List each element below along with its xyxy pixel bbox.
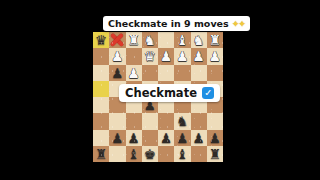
black-pawn: ♟ bbox=[176, 130, 188, 146]
square-c8[interactable]: ♝ bbox=[174, 146, 190, 162]
black-rook: ♜ bbox=[209, 146, 221, 162]
square-c7[interactable]: ♟ bbox=[174, 130, 190, 146]
black-bishop: ♝ bbox=[128, 146, 140, 162]
white-pawn: ♟ bbox=[160, 48, 172, 64]
video-frame: Checkmate in 9 moves ✦✦ ♛♜♞♝♞♜♟♛♟♟♟♟♟♟♟♞… bbox=[0, 0, 320, 180]
checkmate-caption: Checkmate ✓ bbox=[119, 84, 220, 102]
square-c2[interactable]: ♟ bbox=[174, 48, 190, 64]
white-pawn: ♟ bbox=[111, 48, 123, 64]
square-g1[interactable] bbox=[109, 32, 125, 48]
square-f1[interactable]: ♜ bbox=[126, 32, 142, 48]
black-pawn: ♟ bbox=[128, 130, 140, 146]
white-bishop: ♝ bbox=[176, 32, 188, 48]
square-e7[interactable] bbox=[142, 130, 158, 146]
square-a2[interactable]: ♟ bbox=[207, 48, 223, 64]
title-text: Checkmate in 9 moves bbox=[108, 18, 229, 29]
square-e8[interactable]: ♚ bbox=[142, 146, 158, 162]
black-bishop: ♝ bbox=[176, 146, 188, 162]
white-knight: ♞ bbox=[193, 32, 205, 48]
square-g7[interactable]: ♟ bbox=[109, 130, 125, 146]
square-b8[interactable] bbox=[191, 146, 207, 162]
white-rook: ♜ bbox=[209, 32, 221, 48]
check-tick: ✓ bbox=[204, 88, 212, 98]
square-h2[interactable] bbox=[93, 48, 109, 64]
square-g2[interactable]: ♟ bbox=[109, 48, 125, 64]
square-g6[interactable] bbox=[109, 113, 125, 129]
square-h7[interactable] bbox=[93, 130, 109, 146]
black-king: ♚ bbox=[144, 146, 156, 162]
black-pawn: ♟ bbox=[209, 130, 221, 146]
white-pawn: ♟ bbox=[176, 48, 188, 64]
square-a1[interactable]: ♜ bbox=[207, 32, 223, 48]
square-h8[interactable]: ♜ bbox=[93, 146, 109, 162]
square-c1[interactable]: ♝ bbox=[174, 32, 190, 48]
square-h6[interactable] bbox=[93, 113, 109, 129]
square-c3[interactable] bbox=[174, 65, 190, 81]
square-f7[interactable]: ♟ bbox=[126, 130, 142, 146]
square-h3[interactable] bbox=[93, 65, 109, 81]
square-f8[interactable]: ♝ bbox=[126, 146, 142, 162]
black-pawn: ♟ bbox=[160, 130, 172, 146]
square-d6[interactable] bbox=[158, 113, 174, 129]
white-pawn: ♟ bbox=[209, 48, 221, 64]
black-knight: ♞ bbox=[176, 113, 188, 129]
square-d7[interactable]: ♟ bbox=[158, 130, 174, 146]
white-knight: ♞ bbox=[144, 32, 156, 48]
square-b7[interactable]: ♟ bbox=[191, 130, 207, 146]
title-banner: Checkmate in 9 moves ✦✦ bbox=[103, 16, 250, 31]
square-e2[interactable]: ♛ bbox=[142, 48, 158, 64]
square-g3[interactable]: ♟ bbox=[109, 65, 125, 81]
square-h4[interactable] bbox=[93, 81, 109, 97]
square-d1[interactable] bbox=[158, 32, 174, 48]
square-f3[interactable]: ♟ bbox=[126, 65, 142, 81]
square-f2[interactable] bbox=[126, 48, 142, 64]
white-rook: ♜ bbox=[128, 32, 140, 48]
black-rook: ♜ bbox=[95, 146, 107, 162]
square-a6[interactable] bbox=[207, 113, 223, 129]
check-badge-icon: ✓ bbox=[202, 87, 215, 100]
black-pawn: ♟ bbox=[111, 130, 123, 146]
caption-text: Checkmate bbox=[125, 86, 197, 100]
black-queen: ♛ bbox=[95, 32, 107, 48]
square-d8[interactable] bbox=[158, 146, 174, 162]
square-a3[interactable] bbox=[207, 65, 223, 81]
square-h5[interactable] bbox=[93, 97, 109, 113]
square-h1[interactable]: ♛ bbox=[93, 32, 109, 48]
square-a7[interactable]: ♟ bbox=[207, 130, 223, 146]
square-g8[interactable] bbox=[109, 146, 125, 162]
square-f6[interactable] bbox=[126, 113, 142, 129]
white-queen: ♛ bbox=[144, 48, 156, 64]
square-e3[interactable] bbox=[142, 65, 158, 81]
square-e6[interactable] bbox=[142, 113, 158, 129]
white-pawn: ♟ bbox=[128, 65, 140, 81]
square-b2[interactable]: ♟ bbox=[191, 48, 207, 64]
square-b6[interactable] bbox=[191, 113, 207, 129]
square-c6[interactable]: ♞ bbox=[174, 113, 190, 129]
black-pawn: ♟ bbox=[111, 65, 123, 81]
black-pawn: ♟ bbox=[193, 130, 205, 146]
white-pawn: ♟ bbox=[193, 48, 205, 64]
x-marker-icon bbox=[110, 33, 125, 48]
square-d3[interactable] bbox=[158, 65, 174, 81]
square-b3[interactable] bbox=[191, 65, 207, 81]
square-b1[interactable]: ♞ bbox=[191, 32, 207, 48]
sparkles-emoji: ✦✦ bbox=[232, 19, 245, 29]
square-d2[interactable]: ♟ bbox=[158, 48, 174, 64]
square-e1[interactable]: ♞ bbox=[142, 32, 158, 48]
square-a8[interactable]: ♜ bbox=[207, 146, 223, 162]
